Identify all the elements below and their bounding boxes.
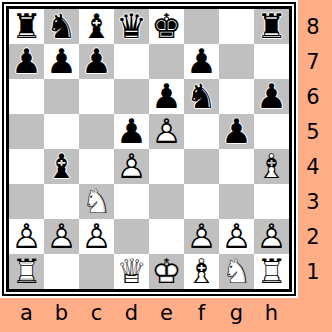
square-e2[interactable] [149, 219, 184, 254]
black-king: ♚ [149, 9, 184, 44]
black-bishop: ♝ [44, 149, 79, 184]
square-h4[interactable]: ♝♗ [254, 149, 289, 184]
file-label-e: e [149, 298, 184, 328]
square-a5[interactable] [9, 114, 44, 149]
square-a2[interactable]: ♟♙ [9, 219, 44, 254]
square-a4[interactable] [9, 149, 44, 184]
square-f2[interactable]: ♟♙ [184, 219, 219, 254]
square-b6[interactable] [44, 79, 79, 114]
square-c5[interactable] [79, 114, 114, 149]
square-f3[interactable] [184, 184, 219, 219]
black-pawn: ♟ [149, 79, 184, 114]
square-f6[interactable]: ♞ [184, 79, 219, 114]
square-a3[interactable] [9, 184, 44, 219]
rank-label-5: 5 [298, 114, 328, 149]
file-label-a: a [9, 298, 44, 328]
square-d4[interactable]: ♟♙ [114, 149, 149, 184]
file-label-c: c [79, 298, 114, 328]
rank-label-8: 8 [298, 9, 328, 44]
square-g7[interactable] [219, 44, 254, 79]
square-d2[interactable] [114, 219, 149, 254]
square-f1[interactable]: ♝♗ [184, 254, 219, 289]
board-inner-border: ♜♞♝♛♚♜♟♟♟♟♟♞♟♟♟♙♟♝♟♙♝♗♞♘♟♙♟♙♟♙♟♙♟♙♟♙♜♖♛♕… [6, 6, 292, 292]
square-d8[interactable]: ♛ [114, 9, 149, 44]
square-c8[interactable]: ♝ [79, 9, 114, 44]
board-grid: ♜♞♝♛♚♜♟♟♟♟♟♞♟♟♟♙♟♝♟♙♝♗♞♘♟♙♟♙♟♙♟♙♟♙♟♙♜♖♛♕… [9, 9, 289, 289]
rank-label-6: 6 [298, 79, 328, 114]
black-knight: ♞ [184, 79, 219, 114]
file-label-f: f [184, 298, 219, 328]
square-c6[interactable] [79, 79, 114, 114]
square-h7[interactable] [254, 44, 289, 79]
file-label-h: h [254, 298, 289, 328]
square-g4[interactable] [219, 149, 254, 184]
square-b1[interactable] [44, 254, 79, 289]
board-outer-border: ♜♞♝♛♚♜♟♟♟♟♟♞♟♟♟♙♟♝♟♙♝♗♞♘♟♙♟♙♟♙♟♙♟♙♟♙♜♖♛♕… [2, 2, 296, 296]
square-d6[interactable] [114, 79, 149, 114]
square-e7[interactable] [149, 44, 184, 79]
white-pawn: ♙ [219, 219, 254, 254]
square-a6[interactable] [9, 79, 44, 114]
chess-board: ♜♞♝♛♚♜♟♟♟♟♟♞♟♟♟♙♟♝♟♙♝♗♞♘♟♙♟♙♟♙♟♙♟♙♟♙♜♖♛♕… [0, 0, 298, 298]
white-pawn: ♙ [149, 114, 184, 149]
square-g5[interactable]: ♟ [219, 114, 254, 149]
black-pawn: ♟ [44, 44, 79, 79]
black-pawn: ♟ [254, 79, 289, 114]
square-e8[interactable]: ♚ [149, 9, 184, 44]
square-a8[interactable]: ♜ [9, 9, 44, 44]
rank-label-2: 2 [298, 219, 328, 254]
black-pawn: ♟ [79, 44, 114, 79]
square-e4[interactable] [149, 149, 184, 184]
white-bishop: ♗ [184, 254, 219, 289]
square-b3[interactable] [44, 184, 79, 219]
white-pawn: ♙ [9, 219, 44, 254]
square-a1[interactable]: ♜♖ [9, 254, 44, 289]
square-b4[interactable]: ♝ [44, 149, 79, 184]
rank-label-4: 4 [298, 149, 328, 184]
file-label-d: d [114, 298, 149, 328]
square-e1[interactable]: ♚♔ [149, 254, 184, 289]
square-c2[interactable]: ♟♙ [79, 219, 114, 254]
white-bishop: ♗ [254, 149, 289, 184]
rank-label-1: 1 [298, 254, 328, 289]
square-d3[interactable] [114, 184, 149, 219]
square-e5[interactable]: ♟♙ [149, 114, 184, 149]
square-f8[interactable] [184, 9, 219, 44]
square-b7[interactable]: ♟ [44, 44, 79, 79]
square-d7[interactable] [114, 44, 149, 79]
black-pawn: ♟ [219, 114, 254, 149]
white-knight: ♘ [219, 254, 254, 289]
square-g6[interactable] [219, 79, 254, 114]
file-labels: abcdefgh [9, 298, 289, 328]
white-king: ♔ [149, 254, 184, 289]
white-knight: ♘ [79, 184, 114, 219]
square-h8[interactable]: ♜ [254, 9, 289, 44]
square-f5[interactable] [184, 114, 219, 149]
rank-labels: 87654321 [298, 9, 328, 289]
white-pawn: ♙ [79, 219, 114, 254]
square-f7[interactable]: ♟ [184, 44, 219, 79]
square-h5[interactable] [254, 114, 289, 149]
square-e6[interactable]: ♟ [149, 79, 184, 114]
black-queen: ♛ [114, 9, 149, 44]
white-pawn: ♙ [184, 219, 219, 254]
black-knight: ♞ [44, 9, 79, 44]
file-label-b: b [44, 298, 79, 328]
white-rook: ♖ [9, 254, 44, 289]
square-b5[interactable] [44, 114, 79, 149]
black-bishop: ♝ [79, 9, 114, 44]
square-g2[interactable]: ♟♙ [219, 219, 254, 254]
square-c7[interactable]: ♟ [79, 44, 114, 79]
square-d5[interactable]: ♟ [114, 114, 149, 149]
square-h3[interactable] [254, 184, 289, 219]
black-rook: ♜ [254, 9, 289, 44]
square-f4[interactable] [184, 149, 219, 184]
square-e3[interactable] [149, 184, 184, 219]
square-d1[interactable]: ♛♕ [114, 254, 149, 289]
white-pawn: ♙ [114, 149, 149, 184]
black-pawn: ♟ [114, 114, 149, 149]
square-c3[interactable]: ♞♘ [79, 184, 114, 219]
rank-label-3: 3 [298, 184, 328, 219]
square-g3[interactable] [219, 184, 254, 219]
square-c1[interactable] [79, 254, 114, 289]
file-label-g: g [219, 298, 254, 328]
white-rook: ♖ [254, 254, 289, 289]
square-b2[interactable]: ♟♙ [44, 219, 79, 254]
square-h1[interactable]: ♜♖ [254, 254, 289, 289]
square-h2[interactable]: ♟♙ [254, 219, 289, 254]
square-g1[interactable]: ♞♘ [219, 254, 254, 289]
square-b8[interactable]: ♞ [44, 9, 79, 44]
black-pawn: ♟ [9, 44, 44, 79]
square-a7[interactable]: ♟ [9, 44, 44, 79]
rank-label-7: 7 [298, 44, 328, 79]
black-rook: ♜ [9, 9, 44, 44]
square-h6[interactable]: ♟ [254, 79, 289, 114]
white-queen: ♕ [114, 254, 149, 289]
square-c4[interactable] [79, 149, 114, 184]
white-pawn: ♙ [44, 219, 79, 254]
square-g8[interactable] [219, 9, 254, 44]
black-pawn: ♟ [184, 44, 219, 79]
white-pawn: ♙ [254, 219, 289, 254]
